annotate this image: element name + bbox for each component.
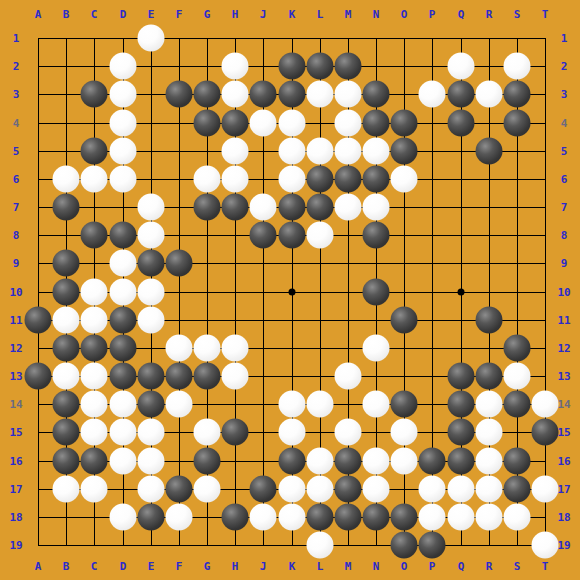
intersection-M11[interactable] [334, 306, 362, 334]
white-stone-S13 [504, 363, 531, 390]
black-stone-L7 [307, 194, 334, 221]
intersection-M8[interactable] [334, 221, 362, 249]
col-label-bottom-J: J [260, 560, 267, 573]
intersection-R19[interactable] [475, 531, 503, 559]
intersection-R8[interactable] [475, 221, 503, 249]
intersection-C4[interactable] [80, 109, 108, 137]
intersection-F2[interactable] [165, 52, 193, 80]
intersection-R12[interactable] [475, 334, 503, 362]
intersection-A16[interactable] [24, 447, 52, 475]
white-stone-C11 [81, 307, 108, 334]
intersection-S10[interactable] [503, 278, 531, 306]
intersection-Q6[interactable] [447, 165, 475, 193]
intersection-J14[interactable] [249, 390, 277, 418]
intersection-A8[interactable] [24, 221, 52, 249]
black-stone-C16 [81, 448, 108, 475]
intersection-H19[interactable] [221, 531, 249, 559]
white-stone-S2 [504, 53, 531, 80]
white-stone-Q17 [448, 476, 475, 503]
intersection-F6[interactable] [165, 165, 193, 193]
white-stone-D5 [110, 138, 137, 165]
black-stone-H4 [222, 110, 249, 137]
row-label-right-4: 4 [561, 117, 568, 130]
intersection-Q5[interactable] [447, 137, 475, 165]
white-stone-N17 [363, 476, 390, 503]
black-stone-F17 [166, 476, 193, 503]
col-label-top-R: R [486, 8, 493, 21]
white-stone-F12 [166, 335, 193, 362]
intersection-E4[interactable] [137, 109, 165, 137]
col-label-bottom-G: G [204, 560, 211, 573]
row-label-right-3: 3 [561, 88, 568, 101]
row-label-right-15: 15 [557, 426, 570, 439]
intersection-C1[interactable] [80, 24, 108, 52]
intersection-Q1[interactable] [447, 24, 475, 52]
intersection-C2[interactable] [80, 52, 108, 80]
intersection-C18[interactable] [80, 503, 108, 531]
black-stone-K7 [279, 194, 306, 221]
intersection-T8[interactable] [531, 221, 559, 249]
intersection-H10[interactable] [221, 278, 249, 306]
intersection-J12[interactable] [249, 334, 277, 362]
intersection-L9[interactable] [306, 249, 334, 277]
row-label-left-7: 7 [13, 201, 20, 214]
black-stone-C12 [81, 335, 108, 362]
intersection-T11[interactable] [531, 306, 559, 334]
intersection-P13[interactable] [418, 362, 446, 390]
intersection-T13[interactable] [531, 362, 559, 390]
white-stone-C14 [81, 391, 108, 418]
white-stone-D6 [110, 166, 137, 193]
intersection-K9[interactable] [278, 249, 306, 277]
intersection-P8[interactable] [418, 221, 446, 249]
intersection-S7[interactable] [503, 193, 531, 221]
white-stone-M15 [335, 419, 362, 446]
white-stone-D9 [110, 250, 137, 277]
intersection-J9[interactable] [249, 249, 277, 277]
black-stone-B12 [53, 335, 80, 362]
intersection-F19[interactable] [165, 531, 193, 559]
intersection-K12[interactable] [278, 334, 306, 362]
intersection-T5[interactable] [531, 137, 559, 165]
intersection-O2[interactable] [390, 52, 418, 80]
col-label-top-M: M [345, 8, 352, 21]
intersection-R7[interactable] [475, 193, 503, 221]
intersection-F15[interactable] [165, 418, 193, 446]
intersection-C9[interactable] [80, 249, 108, 277]
intersection-O13[interactable] [390, 362, 418, 390]
black-stone-N6 [363, 166, 390, 193]
intersection-H14[interactable] [221, 390, 249, 418]
row-label-right-13: 13 [557, 370, 570, 383]
white-stone-G12 [194, 335, 221, 362]
col-label-bottom-L: L [317, 560, 324, 573]
intersection-A6[interactable] [24, 165, 52, 193]
intersection-G14[interactable] [193, 390, 221, 418]
intersection-A12[interactable] [24, 334, 52, 362]
white-stone-K18 [279, 504, 306, 531]
intersection-R9[interactable] [475, 249, 503, 277]
intersection-L13[interactable] [306, 362, 334, 390]
intersection-T1[interactable] [531, 24, 559, 52]
row-label-left-14: 14 [9, 398, 22, 411]
intersection-B1[interactable] [52, 24, 80, 52]
intersection-J10[interactable] [249, 278, 277, 306]
white-stone-J7 [250, 194, 277, 221]
intersection-F7[interactable] [165, 193, 193, 221]
col-label-top-O: O [401, 8, 408, 21]
intersection-L4[interactable] [306, 109, 334, 137]
intersection-Q10[interactable] [447, 278, 475, 306]
intersection-H17[interactable] [221, 475, 249, 503]
white-stone-B11 [53, 307, 80, 334]
white-stone-H6 [222, 166, 249, 193]
intersection-K13[interactable] [278, 362, 306, 390]
row-label-left-16: 16 [9, 455, 22, 468]
white-stone-D10 [110, 279, 137, 306]
black-stone-Q3 [448, 81, 475, 108]
col-label-top-J: J [260, 8, 267, 21]
intersection-S1[interactable] [503, 24, 531, 52]
intersection-F10[interactable] [165, 278, 193, 306]
intersection-J5[interactable] [249, 137, 277, 165]
intersection-A19[interactable] [24, 531, 52, 559]
intersection-D7[interactable] [109, 193, 137, 221]
intersection-O10[interactable] [390, 278, 418, 306]
black-stone-A11 [25, 307, 52, 334]
intersection-J15[interactable] [249, 418, 277, 446]
row-label-left-18: 18 [9, 511, 22, 524]
intersection-A9[interactable] [24, 249, 52, 277]
intersection-A15[interactable] [24, 418, 52, 446]
intersection-F5[interactable] [165, 137, 193, 165]
col-label-top-B: B [63, 8, 70, 21]
intersection-L10[interactable] [306, 278, 334, 306]
intersection-A10[interactable] [24, 278, 52, 306]
white-stone-B17 [53, 476, 80, 503]
intersection-B2[interactable] [52, 52, 80, 80]
intersection-M10[interactable] [334, 278, 362, 306]
intersection-F16[interactable] [165, 447, 193, 475]
intersection-R4[interactable] [475, 109, 503, 137]
row-label-right-5: 5 [561, 145, 568, 158]
intersection-N1[interactable] [362, 24, 390, 52]
intersection-Q12[interactable] [447, 334, 475, 362]
black-stone-N18 [363, 504, 390, 531]
row-label-right-8: 8 [561, 229, 568, 242]
intersection-S5[interactable] [503, 137, 531, 165]
black-stone-P16 [419, 448, 446, 475]
black-stone-Q16 [448, 448, 475, 475]
intersection-A1[interactable] [24, 24, 52, 52]
intersection-P5[interactable] [418, 137, 446, 165]
black-stone-G13 [194, 363, 221, 390]
intersection-G11[interactable] [193, 306, 221, 334]
col-label-bottom-H: H [232, 560, 239, 573]
black-stone-J3 [250, 81, 277, 108]
intersection-G10[interactable] [193, 278, 221, 306]
black-stone-L6 [307, 166, 334, 193]
intersection-E12[interactable] [137, 334, 165, 362]
black-stone-D13 [110, 363, 137, 390]
intersection-M19[interactable] [334, 531, 362, 559]
intersection-Q11[interactable] [447, 306, 475, 334]
intersection-O12[interactable] [390, 334, 418, 362]
go-board[interactable]: AA11BB22CC33DD44EE55FF66GG77HH88JJ99KK10… [0, 0, 580, 580]
intersection-A7[interactable] [24, 193, 52, 221]
intersection-J19[interactable] [249, 531, 277, 559]
row-label-left-5: 5 [13, 145, 20, 158]
col-label-bottom-R: R [486, 560, 493, 573]
intersection-G19[interactable] [193, 531, 221, 559]
intersection-M9[interactable] [334, 249, 362, 277]
intersection-P14[interactable] [418, 390, 446, 418]
intersection-H8[interactable] [221, 221, 249, 249]
intersection-A4[interactable] [24, 109, 52, 137]
black-stone-R5 [476, 138, 503, 165]
white-stone-K15 [279, 419, 306, 446]
col-label-top-C: C [91, 8, 98, 21]
intersection-P2[interactable] [418, 52, 446, 80]
intersection-P7[interactable] [418, 193, 446, 221]
intersection-P12[interactable] [418, 334, 446, 362]
white-stone-B13 [53, 363, 80, 390]
intersection-H16[interactable] [221, 447, 249, 475]
intersection-J13[interactable] [249, 362, 277, 390]
row-label-right-11: 11 [557, 314, 570, 327]
intersection-F8[interactable] [165, 221, 193, 249]
intersection-B18[interactable] [52, 503, 80, 531]
intersection-E5[interactable] [137, 137, 165, 165]
intersection-G18[interactable] [193, 503, 221, 531]
row-label-right-14: 14 [557, 398, 570, 411]
intersection-S19[interactable] [503, 531, 531, 559]
intersection-R6[interactable] [475, 165, 503, 193]
intersection-S11[interactable] [503, 306, 531, 334]
intersection-P1[interactable] [418, 24, 446, 52]
intersection-H11[interactable] [221, 306, 249, 334]
white-stone-D2 [110, 53, 137, 80]
intersection-P9[interactable] [418, 249, 446, 277]
intersection-T2[interactable] [531, 52, 559, 80]
white-stone-M5 [335, 138, 362, 165]
black-stone-D11 [110, 307, 137, 334]
white-stone-Q18 [448, 504, 475, 531]
black-stone-R11 [476, 307, 503, 334]
intersection-F4[interactable] [165, 109, 193, 137]
intersection-B4[interactable] [52, 109, 80, 137]
intersection-A3[interactable] [24, 80, 52, 108]
black-stone-B14 [53, 391, 80, 418]
intersection-L11[interactable] [306, 306, 334, 334]
intersection-P10[interactable] [418, 278, 446, 306]
intersection-E6[interactable] [137, 165, 165, 193]
intersection-R1[interactable] [475, 24, 503, 52]
intersection-O8[interactable] [390, 221, 418, 249]
intersection-J6[interactable] [249, 165, 277, 193]
intersection-T12[interactable] [531, 334, 559, 362]
col-label-top-N: N [373, 8, 380, 21]
intersection-P15[interactable] [418, 418, 446, 446]
white-stone-E16 [138, 448, 165, 475]
intersection-C7[interactable] [80, 193, 108, 221]
intersection-J11[interactable] [249, 306, 277, 334]
intersection-T3[interactable] [531, 80, 559, 108]
intersection-E2[interactable] [137, 52, 165, 80]
white-stone-E15 [138, 419, 165, 446]
intersection-G1[interactable] [193, 24, 221, 52]
intersection-P11[interactable] [418, 306, 446, 334]
intersection-N19[interactable] [362, 531, 390, 559]
intersection-T10[interactable] [531, 278, 559, 306]
white-stone-N16 [363, 448, 390, 475]
black-stone-B15 [53, 419, 80, 446]
intersection-G5[interactable] [193, 137, 221, 165]
black-stone-F3 [166, 81, 193, 108]
white-stone-T19 [532, 532, 559, 559]
intersection-G9[interactable] [193, 249, 221, 277]
intersection-M12[interactable] [334, 334, 362, 362]
col-label-bottom-T: T [542, 560, 549, 573]
row-label-right-12: 12 [557, 342, 570, 355]
intersection-K10[interactable] [278, 278, 306, 306]
intersection-Q8[interactable] [447, 221, 475, 249]
intersection-G2[interactable] [193, 52, 221, 80]
white-stone-H13 [222, 363, 249, 390]
intersection-O3[interactable] [390, 80, 418, 108]
black-stone-G3 [194, 81, 221, 108]
black-stone-J8 [250, 222, 277, 249]
intersection-L1[interactable] [306, 24, 334, 52]
intersection-F11[interactable] [165, 306, 193, 334]
row-label-right-9: 9 [561, 257, 568, 270]
intersection-S15[interactable] [503, 418, 531, 446]
black-stone-G4 [194, 110, 221, 137]
intersection-M1[interactable] [334, 24, 362, 52]
intersection-O7[interactable] [390, 193, 418, 221]
col-label-top-G: G [204, 8, 211, 21]
white-stone-E7 [138, 194, 165, 221]
intersection-S8[interactable] [503, 221, 531, 249]
white-stone-Q2 [448, 53, 475, 80]
white-stone-R14 [476, 391, 503, 418]
intersection-R10[interactable] [475, 278, 503, 306]
intersection-O17[interactable] [390, 475, 418, 503]
intersection-G8[interactable] [193, 221, 221, 249]
intersection-B3[interactable] [52, 80, 80, 108]
col-label-bottom-K: K [289, 560, 296, 573]
row-label-right-19: 19 [557, 539, 570, 552]
black-stone-E14 [138, 391, 165, 418]
white-stone-H3 [222, 81, 249, 108]
intersection-B8[interactable] [52, 221, 80, 249]
intersection-Q9[interactable] [447, 249, 475, 277]
intersection-D1[interactable] [109, 24, 137, 52]
white-stone-R17 [476, 476, 503, 503]
intersection-T18[interactable] [531, 503, 559, 531]
intersection-L15[interactable] [306, 418, 334, 446]
intersection-K1[interactable] [278, 24, 306, 52]
white-stone-L17 [307, 476, 334, 503]
black-stone-S17 [504, 476, 531, 503]
black-stone-O19 [391, 532, 418, 559]
intersection-A17[interactable] [24, 475, 52, 503]
intersection-C19[interactable] [80, 531, 108, 559]
black-stone-E13 [138, 363, 165, 390]
intersection-T9[interactable] [531, 249, 559, 277]
intersection-E19[interactable] [137, 531, 165, 559]
intersection-N11[interactable] [362, 306, 390, 334]
intersection-M14[interactable] [334, 390, 362, 418]
intersection-J2[interactable] [249, 52, 277, 80]
intersection-B5[interactable] [52, 137, 80, 165]
intersection-B19[interactable] [52, 531, 80, 559]
intersection-N15[interactable] [362, 418, 390, 446]
intersection-F1[interactable] [165, 24, 193, 52]
intersection-R2[interactable] [475, 52, 503, 80]
intersection-Q19[interactable] [447, 531, 475, 559]
intersection-E3[interactable] [137, 80, 165, 108]
white-stone-D3 [110, 81, 137, 108]
intersection-O9[interactable] [390, 249, 418, 277]
intersection-K11[interactable] [278, 306, 306, 334]
intersection-A2[interactable] [24, 52, 52, 80]
col-label-bottom-S: S [514, 560, 521, 573]
intersection-T6[interactable] [531, 165, 559, 193]
black-stone-M16 [335, 448, 362, 475]
intersection-D17[interactable] [109, 475, 137, 503]
col-label-top-A: A [35, 8, 42, 21]
intersection-A14[interactable] [24, 390, 52, 418]
white-stone-G6 [194, 166, 221, 193]
row-label-right-6: 6 [561, 173, 568, 186]
intersection-J1[interactable] [249, 24, 277, 52]
intersection-N13[interactable] [362, 362, 390, 390]
intersection-D19[interactable] [109, 531, 137, 559]
intersection-A5[interactable] [24, 137, 52, 165]
black-stone-C3 [81, 81, 108, 108]
white-stone-G15 [194, 419, 221, 446]
intersection-L12[interactable] [306, 334, 334, 362]
intersection-T7[interactable] [531, 193, 559, 221]
intersection-H9[interactable] [221, 249, 249, 277]
intersection-J16[interactable] [249, 447, 277, 475]
black-stone-M6 [335, 166, 362, 193]
intersection-Q7[interactable] [447, 193, 475, 221]
intersection-T4[interactable] [531, 109, 559, 137]
black-stone-C5 [81, 138, 108, 165]
intersection-P4[interactable] [418, 109, 446, 137]
black-stone-O18 [391, 504, 418, 531]
intersection-N2[interactable] [362, 52, 390, 80]
intersection-K19[interactable] [278, 531, 306, 559]
white-stone-H12 [222, 335, 249, 362]
white-stone-M13 [335, 363, 362, 390]
intersection-S9[interactable] [503, 249, 531, 277]
intersection-H1[interactable] [221, 24, 249, 52]
intersection-P6[interactable] [418, 165, 446, 193]
intersection-O1[interactable] [390, 24, 418, 52]
intersection-A18[interactable] [24, 503, 52, 531]
intersection-N9[interactable] [362, 249, 390, 277]
black-stone-N3 [363, 81, 390, 108]
intersection-S6[interactable] [503, 165, 531, 193]
intersection-T16[interactable] [531, 447, 559, 475]
row-label-left-1: 1 [13, 32, 20, 45]
black-stone-G7 [194, 194, 221, 221]
black-stone-S4 [504, 110, 531, 137]
black-stone-H15 [222, 419, 249, 446]
